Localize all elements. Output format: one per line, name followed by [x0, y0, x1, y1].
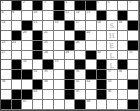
- clue-number: 40: [44, 80, 48, 83]
- grid-cell[interactable]: [12, 80, 23, 90]
- clue-number: 38: [118, 70, 122, 73]
- grid-cell[interactable]: [22, 41, 33, 51]
- clue-number: 20: [23, 31, 27, 34]
- grid-cell[interactable]: 26: [75, 41, 86, 51]
- black-cell: [128, 100, 139, 110]
- clue-number: 30: [97, 51, 101, 54]
- clue-number: 33: [55, 60, 59, 63]
- grid-cell[interactable]: 38: [118, 70, 129, 80]
- clue-number: 24: [12, 41, 16, 44]
- grid-cell[interactable]: 20: [22, 31, 33, 41]
- grid-cell[interactable]: [12, 21, 23, 31]
- black-cell: [54, 1, 65, 11]
- clue-number: 12: [76, 11, 80, 14]
- pencilled-letter: E: [107, 43, 117, 51]
- clue-number: 47: [23, 100, 27, 103]
- grid-cell[interactable]: [54, 80, 65, 90]
- grid-cell[interactable]: [107, 11, 118, 21]
- clue-number: 41: [76, 80, 80, 83]
- grid-cell[interactable]: [12, 51, 23, 61]
- grid-cell[interactable]: [22, 11, 33, 21]
- clue-number: 10: [33, 11, 37, 14]
- black-cell: [1, 100, 12, 110]
- black-cell: [22, 70, 33, 80]
- grid-cell[interactable]: 11: [65, 11, 76, 21]
- clue-number: 45: [76, 90, 80, 93]
- grid-cell[interactable]: E: [107, 41, 118, 51]
- black-cell: [33, 51, 44, 61]
- clue-number: 46: [108, 90, 112, 93]
- black-cell: [65, 80, 76, 90]
- clue-number: 6: [108, 1, 110, 4]
- grid-cell[interactable]: [97, 31, 108, 41]
- black-cell: [65, 90, 76, 100]
- grid-cell[interactable]: 5: [97, 1, 108, 11]
- grid-cell[interactable]: [118, 31, 129, 41]
- grid-cell[interactable]: [118, 100, 129, 110]
- black-cell: [65, 21, 76, 31]
- grid-cell[interactable]: [107, 100, 118, 110]
- clue-number: 25: [44, 41, 48, 44]
- grid-cell[interactable]: 2: [22, 1, 33, 11]
- grid-cell[interactable]: 13: [86, 11, 97, 21]
- grid-cell[interactable]: 42: [86, 80, 97, 90]
- grid-cell[interactable]: L: [107, 51, 118, 61]
- grid-cell[interactable]: 31: [128, 51, 139, 61]
- grid-cell[interactable]: 24: [12, 41, 23, 51]
- grid-cell[interactable]: [118, 90, 129, 100]
- grid-cell[interactable]: 19: [118, 21, 129, 31]
- grid-cell[interactable]: [118, 51, 129, 61]
- grid-cell[interactable]: [118, 1, 129, 11]
- clue-number: 3: [44, 1, 46, 4]
- grid-cell[interactable]: 40: [43, 80, 54, 90]
- clue-number: 26: [76, 41, 80, 44]
- black-cell: [12, 60, 23, 70]
- black-cell: [97, 80, 108, 90]
- grid-cell[interactable]: [43, 100, 54, 110]
- grid-cell[interactable]: 47: [22, 100, 33, 110]
- grid-cell[interactable]: [1, 90, 12, 100]
- black-cell: [128, 21, 139, 31]
- grid-cell[interactable]: 9: [12, 11, 23, 21]
- grid-cell[interactable]: 6: [107, 1, 118, 11]
- pencilled-letter: H: [107, 33, 117, 41]
- clue-number: 16: [55, 21, 59, 24]
- grid-cell[interactable]: [65, 60, 76, 70]
- grid-cell[interactable]: [97, 100, 108, 110]
- grid-cell[interactable]: [86, 41, 97, 51]
- grid-cell[interactable]: 22: [86, 31, 97, 41]
- grid-cell[interactable]: 39: [1, 80, 12, 90]
- clue-number: 17: [76, 21, 80, 24]
- clue-number: 13: [86, 11, 90, 14]
- clue-number: 11: [65, 11, 69, 14]
- black-cell: [128, 80, 139, 90]
- clue-number: 15: [33, 21, 37, 24]
- clue-number: 36: [76, 70, 80, 73]
- clue-number: 43: [108, 80, 112, 83]
- clue-number: 19: [118, 21, 122, 24]
- grid-cell[interactable]: 14: [1, 21, 12, 31]
- grid-cell[interactable]: [54, 41, 65, 51]
- clue-number: 44: [33, 90, 37, 93]
- clue-number: 18: [97, 21, 101, 24]
- clue-number: 27: [2, 51, 6, 54]
- black-cell: [65, 70, 76, 80]
- clue-number: 34: [33, 70, 37, 73]
- grid-cell[interactable]: 32: [22, 60, 33, 70]
- grid-cell[interactable]: 7: [128, 1, 139, 11]
- grid-cell[interactable]: [54, 31, 65, 41]
- grid-cell[interactable]: 30: [97, 51, 108, 61]
- clue-number: 2: [23, 1, 25, 4]
- clue-number: 35: [44, 70, 48, 73]
- black-cell: [12, 100, 23, 110]
- clue-number: 23: [2, 41, 6, 44]
- grid-cell[interactable]: [86, 60, 97, 70]
- grid-cell[interactable]: S: [107, 21, 118, 31]
- black-cell: [12, 90, 23, 100]
- grid-cell[interactable]: [128, 70, 139, 80]
- grid-cell[interactable]: 28: [43, 51, 54, 61]
- grid-cell[interactable]: [33, 100, 44, 110]
- grid-cell[interactable]: 44: [33, 90, 44, 100]
- grid-cell[interactable]: [65, 100, 76, 110]
- grid-cell[interactable]: 45: [75, 90, 86, 100]
- clue-number: 21: [44, 31, 48, 34]
- grid-cell[interactable]: [128, 60, 139, 70]
- clue-number: 32: [23, 60, 27, 63]
- clue-number: 29: [65, 51, 69, 54]
- clue-number: 39: [2, 80, 6, 83]
- black-cell: [33, 31, 44, 41]
- grid-cell[interactable]: [118, 41, 129, 51]
- grid-cell[interactable]: 27: [1, 51, 12, 61]
- grid-cell[interactable]: 18: [97, 21, 108, 31]
- crossword-board: 123456789101112131415161718S19202122H232…: [0, 0, 140, 111]
- grid-cell[interactable]: [43, 90, 54, 100]
- black-cell: [86, 51, 97, 61]
- pencilled-letter: S: [107, 23, 117, 31]
- grid-cell[interactable]: [65, 31, 76, 41]
- grid-cell[interactable]: [128, 31, 139, 41]
- clue-number: 28: [44, 51, 48, 54]
- clue-number: 37: [108, 70, 112, 73]
- clue-number: 22: [86, 31, 90, 34]
- pencilled-letter: L: [107, 53, 117, 61]
- grid-cell[interactable]: H: [107, 31, 118, 41]
- grid-cell[interactable]: [118, 80, 129, 90]
- black-cell: [97, 90, 108, 100]
- clue-number: 1: [2, 1, 4, 4]
- grid-cell[interactable]: [128, 11, 139, 21]
- grid-cell[interactable]: [1, 60, 12, 70]
- black-cell: [75, 100, 86, 110]
- clue-number: 42: [86, 80, 90, 83]
- clue-number: 5: [97, 1, 99, 4]
- clue-number: 14: [2, 21, 6, 24]
- clue-number: 31: [129, 51, 133, 54]
- grid-cell[interactable]: [54, 100, 65, 110]
- grid-cell[interactable]: 3: [43, 1, 54, 11]
- clue-number: 9: [12, 11, 14, 14]
- grid-cell[interactable]: 15: [33, 21, 44, 31]
- grid-cell[interactable]: 33: [54, 60, 65, 70]
- clue-number: 8: [2, 11, 4, 14]
- grid-cell[interactable]: [54, 90, 65, 100]
- grid-cell[interactable]: 34: [33, 70, 44, 80]
- grid-cell[interactable]: 29: [65, 51, 76, 61]
- black-cell: [12, 70, 23, 80]
- clue-number: 7: [129, 1, 131, 4]
- clue-number: 48: [86, 100, 90, 103]
- grid-cell[interactable]: [75, 51, 86, 61]
- black-cell: [33, 41, 44, 51]
- grid-cell[interactable]: [54, 70, 65, 80]
- black-cell: [97, 70, 108, 80]
- grid-cell[interactable]: [128, 90, 139, 100]
- black-cell: [97, 60, 108, 70]
- grid-cell[interactable]: 17: [75, 21, 86, 31]
- grid-cell[interactable]: 48: [86, 100, 97, 110]
- clue-number: 4: [65, 1, 67, 4]
- grid-cell[interactable]: [43, 11, 54, 21]
- grid-cell[interactable]: 46: [107, 90, 118, 100]
- grid-cell[interactable]: 16: [54, 21, 65, 31]
- grid-cell[interactable]: [22, 80, 33, 90]
